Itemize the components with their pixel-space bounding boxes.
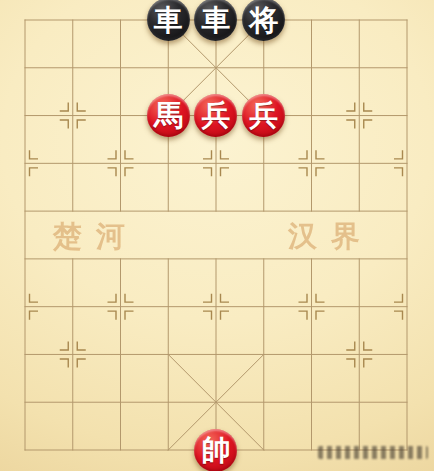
piece-red-soldier[interactable]: 兵 [194, 94, 237, 137]
piece-red-general[interactable]: 帥 [194, 429, 237, 471]
board-grid[interactable]: 車車将馬兵兵帥 [1, 0, 431, 471]
piece-black-general[interactable]: 将 [242, 0, 285, 41]
piece-red-soldier[interactable]: 兵 [242, 94, 285, 137]
xiangqi-board-screen: 楚河 汉界 車車将馬兵兵帥 [0, 0, 434, 471]
piece-black-chariot[interactable]: 車 [147, 0, 190, 41]
piece-black-chariot[interactable]: 車 [194, 0, 237, 41]
piece-red-horse[interactable]: 馬 [147, 94, 190, 137]
